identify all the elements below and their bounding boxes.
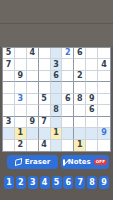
- cell-r4c4[interactable]: [39, 82, 51, 93]
- cell-r4c6[interactable]: [62, 82, 74, 93]
- cell-r4c5[interactable]: [51, 82, 63, 93]
- cell-r3c1[interactable]: [3, 71, 15, 82]
- cell-r4c3[interactable]: [27, 82, 39, 93]
- numpad-3[interactable]: 3: [28, 176, 38, 189]
- digit: 3: [53, 61, 59, 69]
- cell-r7c4[interactable]: 7: [39, 117, 51, 128]
- digit: 9: [29, 118, 35, 126]
- cell-r2c2[interactable]: [15, 59, 27, 70]
- digit: 1: [77, 141, 83, 149]
- digit: 7: [41, 118, 47, 126]
- cell-r4c1[interactable]: [3, 82, 15, 93]
- sudoku-board: 54267349623568986397119241: [2, 47, 111, 152]
- digit: 4: [41, 141, 47, 149]
- digit: 1: [18, 129, 24, 137]
- cell-r3c7[interactable]: 2: [74, 71, 86, 82]
- cell-r9c7[interactable]: 1: [74, 140, 86, 151]
- cell-r2c7[interactable]: [74, 59, 86, 70]
- numpad-8[interactable]: 8: [87, 176, 97, 189]
- cell-r2c3[interactable]: [27, 59, 39, 70]
- digit: 1: [53, 129, 59, 137]
- cell-r5c2[interactable]: 3: [15, 94, 27, 105]
- cell-r8c5[interactable]: 1: [51, 128, 63, 139]
- cell-r5c6[interactable]: 6: [62, 94, 74, 105]
- digit: 4: [29, 49, 35, 57]
- cell-r2c8[interactable]: [86, 59, 98, 70]
- cell-r3c5[interactable]: 6: [51, 71, 63, 82]
- cell-r2c4[interactable]: [39, 59, 51, 70]
- cell-r6c3[interactable]: [27, 105, 39, 116]
- digit: 3: [6, 118, 12, 126]
- digit: 5: [6, 49, 12, 57]
- digit: 9: [18, 72, 24, 80]
- eraser-icon: [15, 158, 22, 166]
- digit: 9: [89, 95, 95, 103]
- numpad-6[interactable]: 6: [63, 176, 73, 189]
- digit: 7: [6, 61, 12, 69]
- digit: 4: [101, 61, 107, 69]
- cell-r7c6[interactable]: [62, 117, 74, 128]
- digit: 2: [65, 49, 71, 57]
- header-divider: [0, 23, 113, 24]
- eraser-button[interactable]: Eraser: [7, 155, 58, 169]
- cell-r6c2[interactable]: [15, 105, 27, 116]
- cell-r9c6[interactable]: [62, 140, 74, 151]
- cell-r6c6[interactable]: [62, 105, 74, 116]
- app-screen: 54267349623568986397119241 Eraser Notes …: [0, 0, 113, 200]
- digit: 5: [41, 95, 47, 103]
- cell-r2c6[interactable]: [62, 59, 74, 70]
- digit: 2: [18, 141, 24, 149]
- cell-r7c8[interactable]: [86, 117, 98, 128]
- cell-r9c1[interactable]: [3, 140, 15, 151]
- cell-r6c4[interactable]: [39, 105, 51, 116]
- cell-r1c1[interactable]: 5: [3, 48, 15, 59]
- cell-r3c8[interactable]: [86, 71, 98, 82]
- digit: 6: [77, 49, 83, 57]
- digit: 9: [101, 129, 107, 137]
- pencil-icon: [63, 159, 65, 166]
- cell-r3c9[interactable]: [98, 71, 110, 82]
- cell-r8c1[interactable]: [3, 128, 15, 139]
- numpad-1[interactable]: 1: [4, 176, 14, 189]
- cell-r4c8[interactable]: [86, 82, 98, 93]
- cell-r1c5[interactable]: [51, 48, 63, 59]
- numpad-9[interactable]: 9: [99, 176, 109, 189]
- cell-r9c5[interactable]: [51, 140, 63, 151]
- cell-r4c9[interactable]: [98, 82, 110, 93]
- cell-r7c9[interactable]: [98, 117, 110, 128]
- eraser-button-label: Eraser: [25, 158, 50, 166]
- cell-r2c1[interactable]: 7: [3, 59, 15, 70]
- digit: 8: [53, 106, 59, 114]
- cell-r3c2[interactable]: 9: [15, 71, 27, 82]
- cell-r7c2[interactable]: [15, 117, 27, 128]
- cell-r9c8[interactable]: [86, 140, 98, 151]
- numpad-2[interactable]: 2: [16, 176, 26, 189]
- digit: 2: [77, 72, 83, 80]
- cell-r8c2[interactable]: 1: [15, 128, 27, 139]
- cell-r5c5[interactable]: [51, 94, 63, 105]
- cell-r8c3[interactable]: [27, 128, 39, 139]
- cell-r4c2[interactable]: [15, 82, 27, 93]
- cell-r7c1[interactable]: 3: [3, 117, 15, 128]
- cell-r1c8[interactable]: [86, 48, 98, 59]
- header-area: [0, 0, 113, 47]
- cell-r8c7[interactable]: [74, 128, 86, 139]
- cell-r8c6[interactable]: [62, 128, 74, 139]
- cell-r5c9[interactable]: [98, 94, 110, 105]
- digit: 8: [77, 95, 83, 103]
- notes-off-badge: OFF: [94, 159, 107, 165]
- cell-r6c9[interactable]: [98, 105, 110, 116]
- cell-r2c5[interactable]: 3: [51, 59, 63, 70]
- cell-r5c1[interactable]: [3, 94, 15, 105]
- numpad-7[interactable]: 7: [75, 176, 85, 189]
- cell-r9c3[interactable]: [27, 140, 39, 151]
- digit: 3: [18, 95, 24, 103]
- cell-r6c8[interactable]: 6: [86, 105, 98, 116]
- cell-r5c7[interactable]: 8: [74, 94, 86, 105]
- notes-button[interactable]: Notes OFF: [61, 155, 109, 169]
- cell-r1c2[interactable]: [15, 48, 27, 59]
- numpad-4[interactable]: 4: [40, 176, 50, 189]
- cell-r7c5[interactable]: [51, 117, 63, 128]
- cell-r8c9[interactable]: 9: [98, 128, 110, 139]
- cell-r3c4[interactable]: [39, 71, 51, 82]
- number-pad: 123456789: [4, 176, 109, 189]
- cell-r2c9[interactable]: 4: [98, 59, 110, 70]
- cell-r4c7[interactable]: [74, 82, 86, 93]
- cell-r1c4[interactable]: [39, 48, 51, 59]
- cell-r6c7[interactable]: [74, 105, 86, 116]
- cell-r6c5[interactable]: 8: [51, 105, 63, 116]
- cell-r3c3[interactable]: [27, 71, 39, 82]
- cell-r1c3[interactable]: 4: [27, 48, 39, 59]
- notes-button-label: Notes: [68, 158, 91, 166]
- cell-r1c7[interactable]: 6: [74, 48, 86, 59]
- cell-r5c4[interactable]: 5: [39, 94, 51, 105]
- cell-r5c8[interactable]: 9: [86, 94, 98, 105]
- digit: 6: [89, 106, 95, 114]
- cell-r5c3[interactable]: [27, 94, 39, 105]
- cell-r3c6[interactable]: [62, 71, 74, 82]
- cell-r8c4[interactable]: [39, 128, 51, 139]
- cell-r7c7[interactable]: [74, 117, 86, 128]
- cell-r1c6[interactable]: 2: [62, 48, 74, 59]
- digit: 6: [65, 95, 71, 103]
- cell-r8c8[interactable]: [86, 128, 98, 139]
- numpad-5[interactable]: 5: [52, 176, 62, 189]
- cell-r9c9[interactable]: [98, 140, 110, 151]
- cell-r7c3[interactable]: 9: [27, 117, 39, 128]
- cell-r9c4[interactable]: 4: [39, 140, 51, 151]
- cell-r6c1[interactable]: [3, 105, 15, 116]
- cell-r1c9[interactable]: [98, 48, 110, 59]
- digit: 6: [53, 72, 59, 80]
- cell-r9c2[interactable]: 2: [15, 140, 27, 151]
